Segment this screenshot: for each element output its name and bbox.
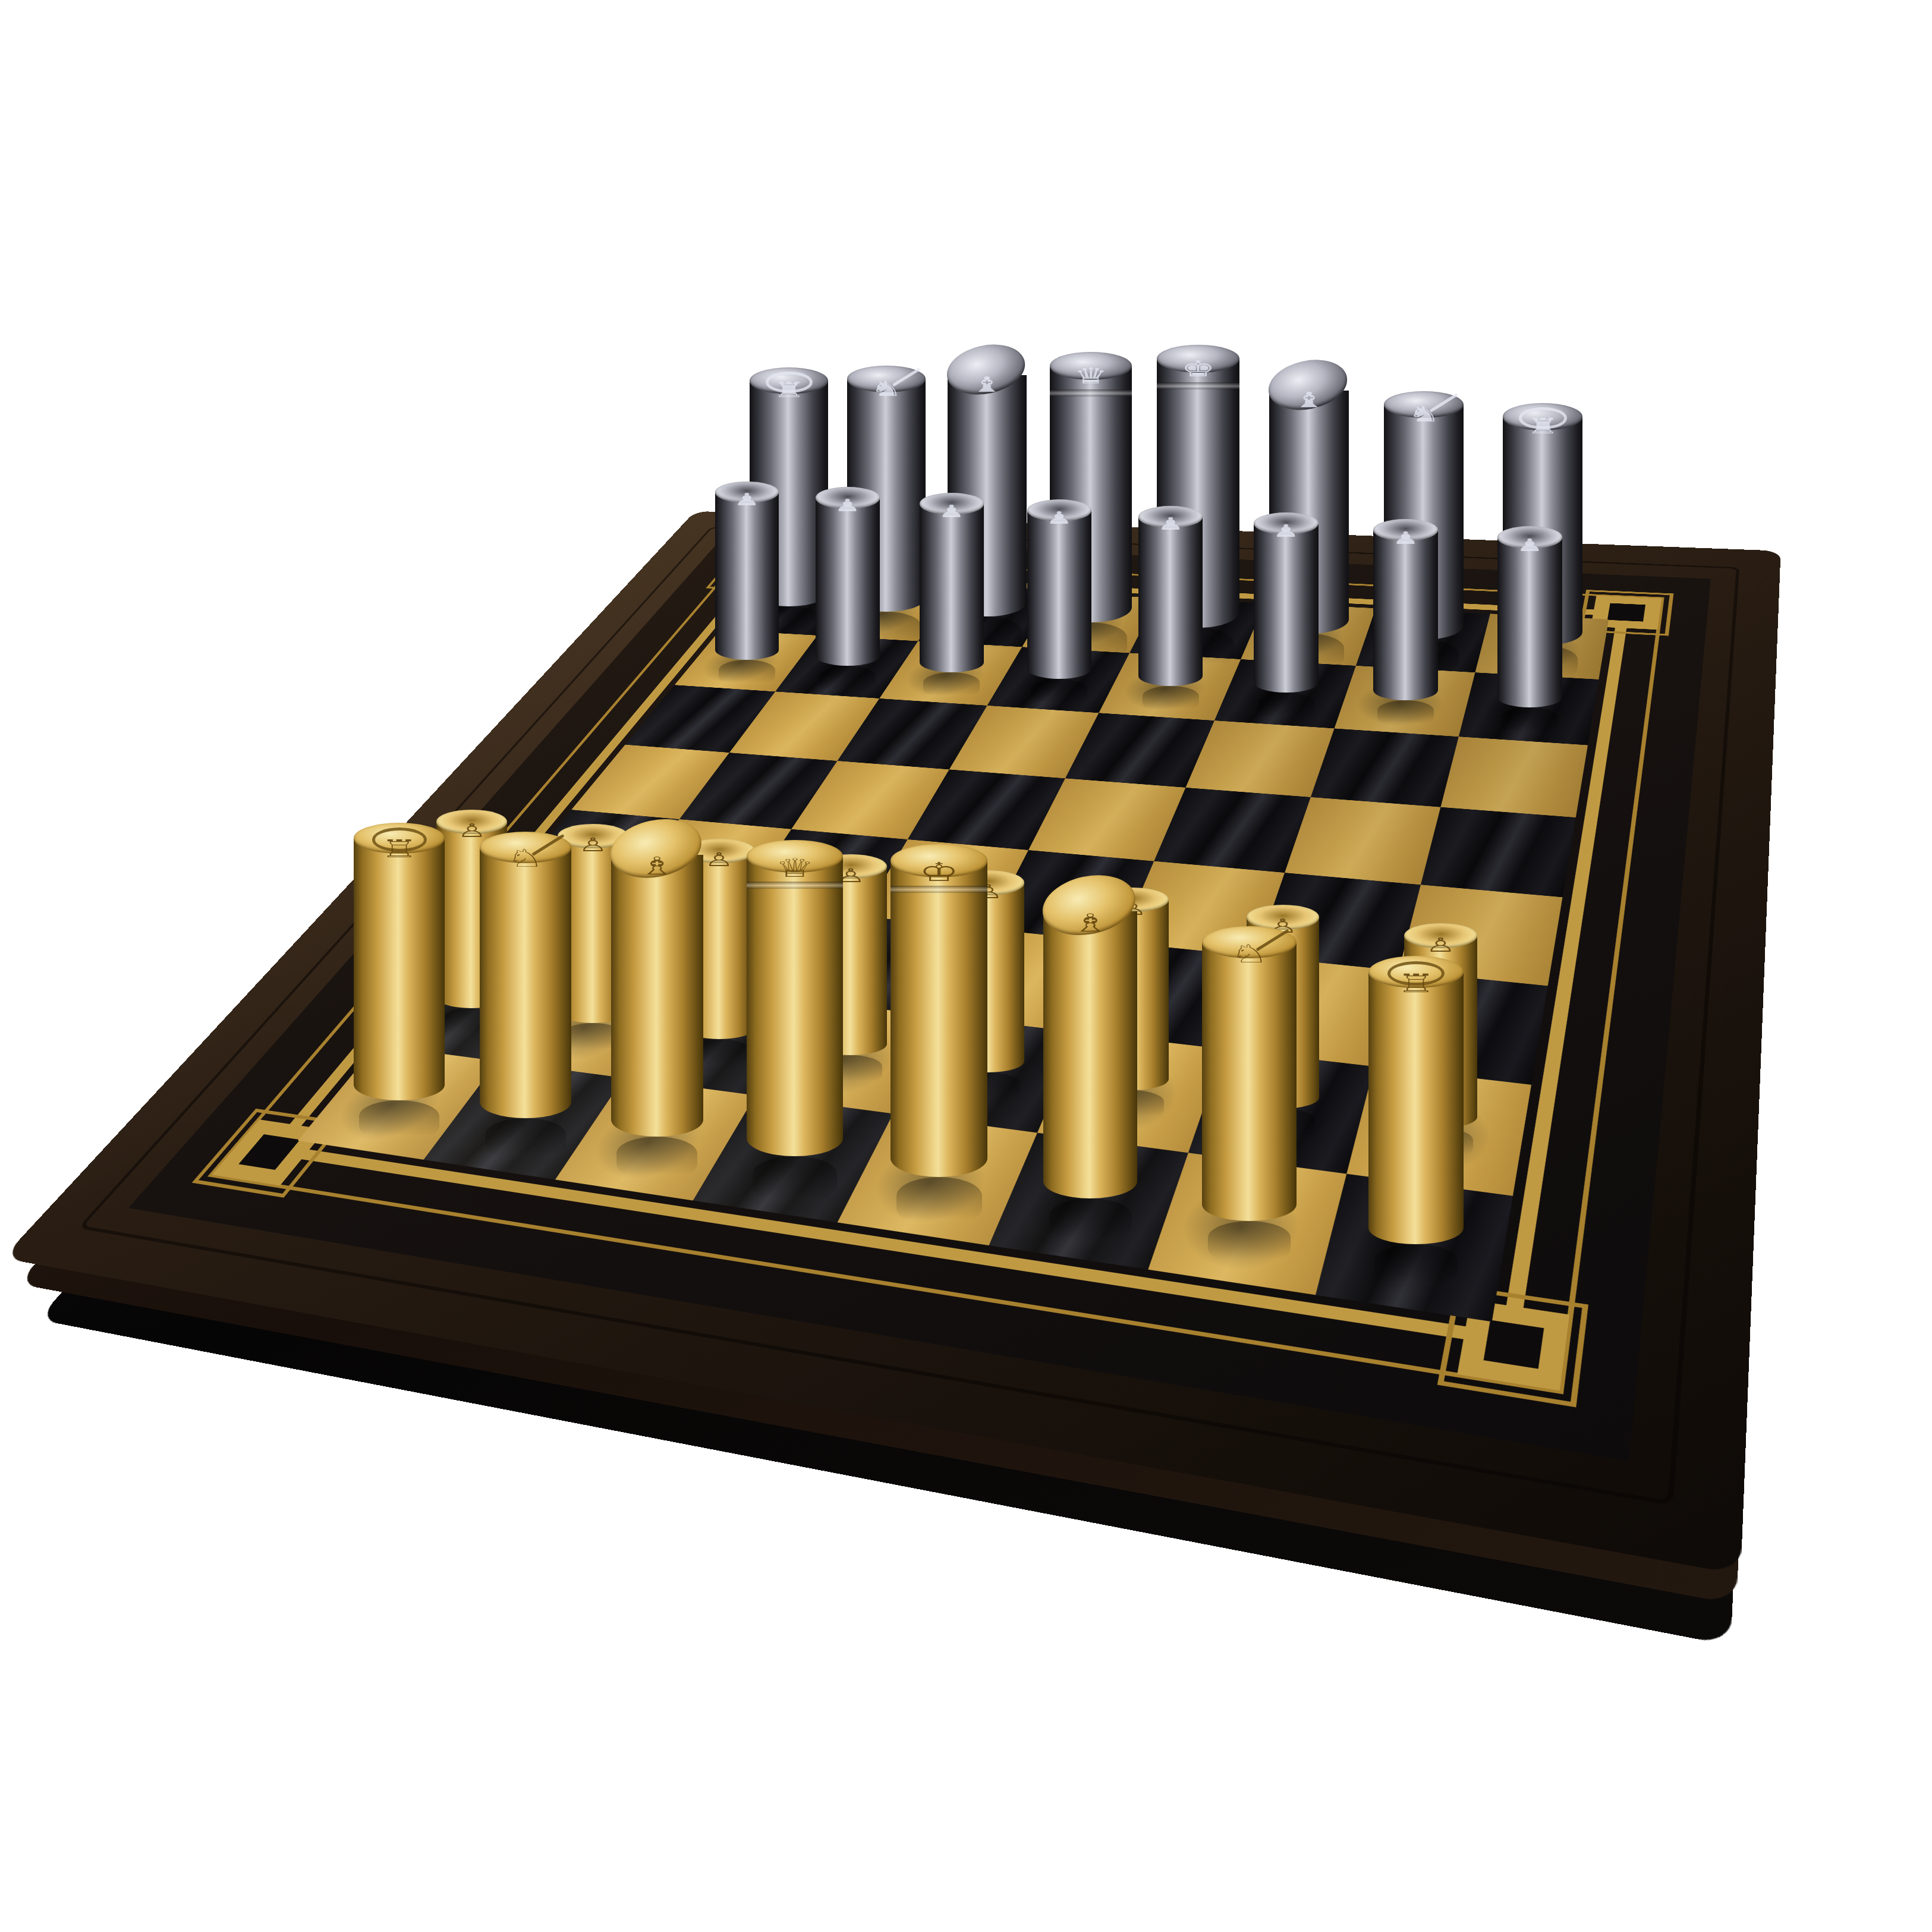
piece-white-knight-g1[interactable]: ♘ <box>1202 926 1297 1220</box>
piece-black-pawn-h7[interactable]: ♟ <box>1497 526 1562 707</box>
queen-glyph: ♕ <box>775 855 815 881</box>
queen-glyph: ♛ <box>1074 365 1107 387</box>
pawn-glyph: ♟ <box>734 492 760 509</box>
piece-black-pawn-b7[interactable]: ♟ <box>816 487 880 666</box>
king-glyph: ♚ <box>1181 358 1215 380</box>
pawn-glyph: ♟ <box>1392 530 1419 547</box>
piece-white-knight-b1[interactable]: ♘ <box>480 832 571 1118</box>
knight-glyph: ♘ <box>1230 941 1269 966</box>
rook-glyph: ♜ <box>773 379 805 400</box>
photo-canvas: ♜♞♝♛♚♝♞♜♟♟♟♟♟♟♟♟♙♙♙♙♙♙♙♙♖♘♗♕♔♗♘♖ <box>0 0 1932 1932</box>
piece-black-pawn-e7[interactable]: ♟ <box>1138 506 1203 686</box>
pieces-layer: ♜♞♝♛♚♝♞♜♟♟♟♟♟♟♟♟♙♙♙♙♙♙♙♙♖♘♗♕♔♗♘♖ <box>0 0 1932 1932</box>
king-glyph: ♔ <box>919 860 959 886</box>
bishop-glyph: ♗ <box>1071 910 1110 935</box>
bishop-glyph: ♗ <box>638 854 676 878</box>
knight-glyph: ♞ <box>870 378 903 399</box>
pawn-glyph: ♟ <box>1157 516 1184 533</box>
rook-glyph: ♖ <box>380 837 418 861</box>
piece-white-queen-d1[interactable]: ♕ <box>747 840 843 1156</box>
rook-glyph: ♜ <box>1527 416 1559 437</box>
piece-white-rook-a1[interactable]: ♖ <box>354 823 445 1100</box>
pawn-glyph: ♙ <box>1426 935 1456 955</box>
piece-black-pawn-a7[interactable]: ♟ <box>715 482 779 660</box>
pawn-glyph: ♙ <box>578 835 608 854</box>
bishop-glyph: ♝ <box>971 374 1003 395</box>
knight-glyph: ♘ <box>506 847 545 871</box>
pawn-glyph: ♟ <box>1046 509 1073 527</box>
rook-glyph: ♖ <box>1396 971 1436 996</box>
piece-black-pawn-c7[interactable]: ♟ <box>920 493 984 672</box>
bishop-glyph: ♝ <box>1293 389 1326 411</box>
pawn-glyph: ♟ <box>1516 537 1543 554</box>
pawn-glyph: ♟ <box>939 503 965 520</box>
piece-white-king-e1[interactable]: ♔ <box>891 844 987 1176</box>
piece-black-pawn-d7[interactable]: ♟ <box>1027 499 1091 679</box>
piece-white-bishop-c1[interactable]: ♗ <box>611 839 703 1137</box>
piece-white-rook-h1[interactable]: ♖ <box>1368 956 1464 1244</box>
knight-glyph: ♞ <box>1408 404 1440 425</box>
pawn-glyph: ♟ <box>834 497 860 514</box>
piece-white-bishop-f1[interactable]: ♗ <box>1043 895 1137 1198</box>
piece-black-pawn-f7[interactable]: ♟ <box>1254 512 1319 693</box>
pawn-glyph: ♟ <box>1273 523 1299 540</box>
piece-black-pawn-g7[interactable]: ♟ <box>1373 519 1438 700</box>
pawn-glyph: ♙ <box>704 850 734 869</box>
